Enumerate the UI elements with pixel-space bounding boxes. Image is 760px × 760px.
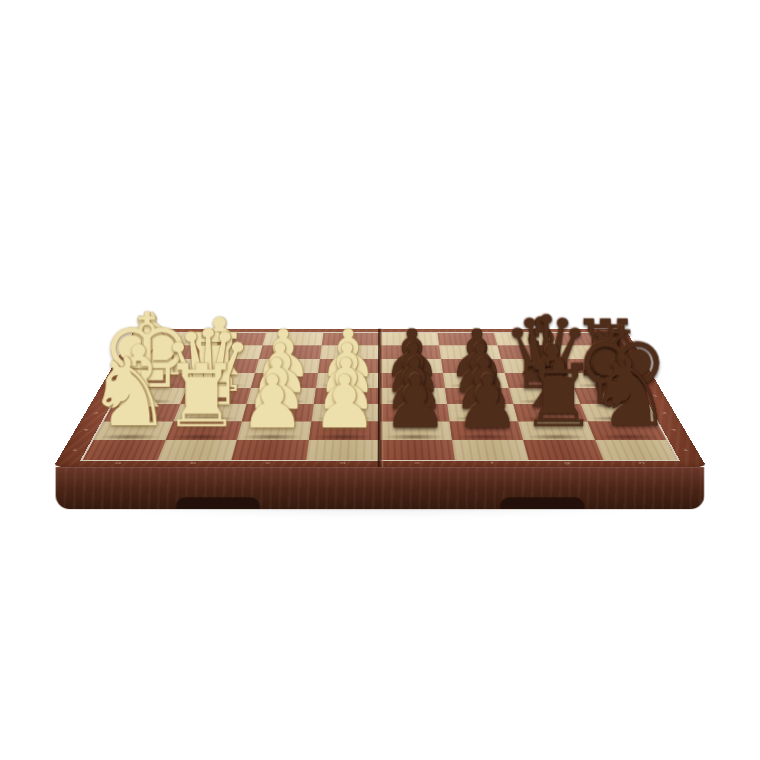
square-d6: [318, 359, 380, 373]
piece-shadow: [455, 434, 516, 440]
piece-shadow: [313, 434, 373, 440]
piece-shadow: [98, 434, 160, 440]
piece-shadow: [450, 399, 507, 404]
square-d3: ♟: [311, 404, 380, 421]
square-e7: [380, 345, 441, 358]
chess-board: ♞♝♟♟♟♟♝♜♚♜♟♟♟♟♛♞♝♛♟♟♟♟♝♚♞♜♟♟♟♟♜♞ abcdefg…: [53, 329, 706, 467]
handle-notch-left: [176, 497, 260, 509]
square-b5: ♝: [187, 373, 256, 388]
square-b2: ♜: [165, 421, 242, 440]
piece-shadow: [319, 383, 373, 388]
square-a5: ♞: [122, 373, 193, 388]
square-b7: [198, 345, 262, 358]
square-a4: ♚: [113, 388, 186, 404]
square-a2: ♞: [94, 421, 173, 440]
piece-shadow: [190, 383, 245, 388]
square-h2: ♞: [587, 421, 666, 440]
product-photo-scene: ♞♝♟♟♟♟♝♜♚♜♟♟♟♟♛♞♝♛♟♟♟♟♝♚♞♜♟♟♟♟♜♞ abcdefg…: [0, 0, 760, 760]
piece-shadow: [582, 399, 640, 404]
square-f8: [437, 333, 497, 346]
square-g4: ♛: [509, 388, 580, 404]
file-label: h: [603, 461, 680, 466]
piece-shadow: [448, 383, 503, 388]
file-label: b: [154, 461, 231, 466]
square-f4: ♟: [445, 388, 514, 404]
square-a8: [145, 333, 209, 346]
square-c7: [259, 345, 321, 358]
piece-shadow: [241, 434, 302, 440]
square-g6: [501, 359, 567, 373]
piece-shadow: [184, 399, 241, 404]
square-c2: ♟: [237, 421, 311, 440]
file-label: a: [79, 461, 156, 466]
square-g5: ♝: [505, 373, 574, 388]
piece-shadow: [315, 416, 373, 421]
perspective-viewport: ♞♝♟♟♟♟♝♜♚♜♟♟♟♟♛♞♝♛♟♟♟♟♝♚♞♜♟♟♟♟♜♞ abcdefg…: [0, 0, 760, 760]
square-b1: [157, 440, 237, 460]
piece-shadow: [246, 416, 305, 421]
board-front-edge: [56, 467, 705, 509]
piece-shadow: [597, 434, 659, 440]
square-g8: [494, 333, 556, 346]
piece-shadow: [170, 434, 232, 440]
piece-shadow: [452, 416, 511, 421]
square-g2: ♜: [518, 421, 595, 440]
square-c4: ♟: [247, 388, 316, 404]
square-h6: [562, 359, 630, 373]
square-h4: ♞: [574, 388, 647, 404]
square-f7: [439, 345, 501, 358]
square-d2: ♟: [308, 421, 380, 440]
square-f3: ♟: [447, 404, 518, 421]
piece-shadow: [521, 416, 580, 421]
piece-shadow: [317, 399, 373, 404]
square-g3: ♝: [513, 404, 587, 421]
piece-shadow: [126, 383, 182, 388]
square-g1: [523, 440, 603, 460]
piece-shadow: [575, 383, 631, 388]
square-f5: ♟: [442, 373, 509, 388]
piece-shadow: [117, 399, 175, 404]
square-a6: [130, 359, 198, 373]
square-d4: ♟: [313, 388, 380, 404]
piece-shadow: [384, 416, 442, 421]
square-c8: [263, 333, 323, 346]
piece-shadow: [526, 434, 588, 440]
square-d7: [319, 345, 380, 358]
square-d5: ♟: [316, 373, 381, 388]
square-c5: ♟: [251, 373, 318, 388]
square-a7: [138, 345, 204, 358]
piece-shadow: [384, 383, 438, 388]
square-c6: [255, 359, 319, 373]
square-e5: ♟: [380, 373, 445, 388]
square-d1: [306, 440, 380, 460]
file-label: c: [230, 461, 306, 466]
square-a1: [83, 440, 165, 460]
square-e2: ♟: [380, 421, 452, 440]
square-f2: ♟: [449, 421, 523, 440]
square-b4: ♜: [180, 388, 251, 404]
piece-shadow: [251, 399, 308, 404]
square-b6: [193, 359, 259, 373]
square-b3: ♛: [173, 404, 247, 421]
file-label: f: [454, 461, 530, 466]
piece-shadow: [384, 399, 440, 404]
piece-shadow: [511, 383, 566, 388]
square-e3: ♟: [380, 404, 449, 421]
square-h7: [556, 345, 622, 358]
square-b8: [204, 333, 266, 346]
square-e1: [380, 440, 454, 460]
square-d8: [321, 333, 380, 346]
square-c3: ♟: [242, 404, 313, 421]
file-label: g: [529, 461, 606, 466]
square-h5: ♜: [567, 373, 638, 388]
handle-notch-right: [500, 497, 584, 509]
square-h1: [595, 440, 677, 460]
piece-shadow: [177, 416, 236, 421]
file-label: d: [305, 461, 380, 466]
square-a3: ♝: [104, 404, 180, 421]
piece-shadow: [384, 434, 444, 440]
square-g7: [497, 345, 561, 358]
square-f6: [441, 359, 505, 373]
square-h3: ♚: [580, 404, 656, 421]
square-e4: ♟: [380, 388, 447, 404]
file-label: e: [380, 461, 455, 466]
piece-shadow: [516, 399, 573, 404]
square-e8: [380, 333, 439, 346]
piece-shadow: [108, 416, 168, 421]
square-h8: [551, 333, 615, 346]
piece-shadow: [255, 383, 310, 388]
square-c1: [231, 440, 308, 460]
piece-shadow: [589, 416, 649, 421]
square-e6: [380, 359, 442, 373]
square-f1: [452, 440, 529, 460]
